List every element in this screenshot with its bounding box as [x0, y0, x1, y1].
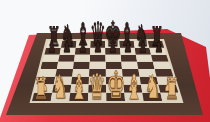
piece-black-pawn-h7[interactable]: ♟ [154, 39, 163, 55]
piece-black-pawn-e7[interactable]: ♟ [109, 39, 118, 55]
piece-white-knight-b1[interactable]: ♞ [52, 71, 68, 104]
piece-white-bishop-c1[interactable]: ♝ [70, 70, 87, 104]
piece-black-pawn-g7[interactable]: ♟ [139, 39, 148, 55]
piece-black-pawn-d7[interactable]: ♟ [93, 39, 102, 55]
piece-white-rook-a1[interactable]: ♜ [34, 74, 49, 104]
chess-photo-scene: ♜♞♝♛♚♝♞♜♟♟♟♟♟♟♟♟♟♟♟♟♟♟♟♟♜♞♝♛♚♝♞♜ chess [0, 0, 210, 122]
piece-white-king-e1[interactable]: ♚ [106, 67, 125, 105]
piece-white-rook-h1[interactable]: ♜ [164, 74, 179, 104]
piece-black-pawn-a7[interactable]: ♟ [48, 39, 57, 55]
piece-white-bishop-f1[interactable]: ♝ [126, 70, 143, 104]
piece-white-queen-d1[interactable]: ♛ [88, 69, 106, 105]
piece-black-pawn-b7[interactable]: ♟ [63, 39, 72, 55]
chess-pieces: ♜♞♝♛♚♝♞♜♟♟♟♟♟♟♟♟♟♟♟♟♟♟♟♟♜♞♝♛♚♝♞♜ [0, 0, 210, 122]
piece-white-knight-g1[interactable]: ♞ [145, 71, 161, 104]
piece-black-pawn-c7[interactable]: ♟ [78, 39, 87, 55]
piece-black-pawn-f7[interactable]: ♟ [124, 39, 133, 55]
